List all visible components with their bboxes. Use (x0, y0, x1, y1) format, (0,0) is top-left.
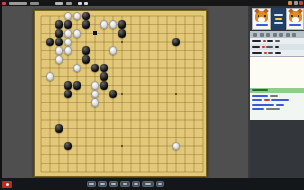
black-stone[interactable] (55, 29, 63, 37)
status-chip[interactable] (78, 2, 82, 5)
info-cell (252, 52, 262, 54)
info-cell (267, 40, 273, 42)
info-cell (252, 46, 260, 48)
white-stone[interactable] (64, 46, 72, 54)
sidebar-toolbar[interactable] (250, 31, 304, 38)
black-stone[interactable] (82, 55, 90, 63)
button-label-smudge (100, 183, 104, 185)
button-label-smudge (111, 183, 115, 185)
button-label-smudge (134, 183, 138, 185)
right-sidebar (250, 6, 304, 190)
maximize-button[interactable] (294, 1, 298, 5)
left-edge-strip (0, 0, 2, 190)
button-label-smudge (89, 183, 93, 185)
info-cell (264, 52, 267, 54)
bottom-toolbar (0, 178, 304, 190)
info-cell (275, 40, 280, 42)
black-stone[interactable] (55, 124, 63, 132)
nav-button-2[interactable] (98, 181, 107, 187)
chat-text-segment (276, 104, 284, 106)
white-stone[interactable] (55, 46, 63, 54)
app-menu-chip[interactable] (2, 2, 6, 5)
nav-button-7[interactable] (156, 181, 164, 187)
white-stone[interactable] (46, 72, 54, 80)
game-info-text-line (275, 18, 282, 20)
chat-text-segment (252, 104, 274, 106)
chat-messages[interactable] (250, 93, 304, 120)
game-info-panel (272, 8, 285, 30)
info-cell (268, 52, 273, 54)
toolbar-icon[interactable] (292, 33, 296, 37)
toolbar-icon[interactable] (286, 33, 290, 37)
white-stone[interactable] (64, 29, 72, 37)
white-stone[interactable] (109, 20, 117, 28)
move-list-panel[interactable] (250, 56, 304, 89)
toolbar-icon[interactable] (279, 33, 283, 37)
black-stone[interactable] (118, 20, 126, 28)
status-chip[interactable] (84, 2, 88, 5)
white-stone[interactable] (55, 55, 63, 63)
info-cell (252, 40, 261, 42)
app-window (0, 0, 304, 190)
chat-text-segment (270, 95, 278, 97)
player-card-right[interactable] (286, 8, 304, 30)
game-info-table (250, 38, 304, 56)
black-stone[interactable] (100, 72, 108, 80)
info-cell (275, 52, 281, 54)
black-stone[interactable] (64, 81, 72, 89)
chat-message (252, 104, 302, 106)
black-stone[interactable] (100, 81, 108, 89)
chat-message (252, 108, 302, 110)
button-label-smudge (145, 183, 151, 185)
white-stone[interactable] (73, 29, 81, 37)
nav-button-3[interactable] (109, 181, 118, 187)
chat-message (252, 95, 302, 97)
black-stone[interactable] (55, 20, 63, 28)
menu-text-smudge[interactable] (30, 2, 39, 5)
toolbar-icon[interactable] (253, 33, 257, 37)
white-stone[interactable] (91, 81, 99, 89)
menu-text-smudge[interactable] (55, 2, 63, 5)
player-name-left (256, 24, 268, 26)
player-name-right (289, 24, 301, 26)
toolbar-icon[interactable] (260, 33, 264, 37)
nav-button-1[interactable] (87, 181, 96, 187)
toolbar-icon[interactable] (266, 33, 270, 37)
chat-message (252, 99, 302, 101)
info-cell (263, 40, 266, 42)
button-label-smudge (158, 183, 162, 185)
chat-header-label (252, 89, 268, 91)
button-label-smudge (123, 183, 128, 185)
record-icon[interactable] (2, 181, 12, 188)
fox-avatar-icon (289, 11, 302, 22)
chat-text-segment (264, 99, 270, 101)
game-info-text-line (274, 22, 283, 24)
go-board[interactable] (34, 10, 207, 177)
white-stone[interactable] (100, 20, 108, 28)
white-stone[interactable] (109, 46, 117, 54)
menu-text-smudge[interactable] (66, 2, 72, 5)
game-info-text-line (274, 14, 283, 16)
nav-button-4[interactable] (120, 181, 130, 187)
fox-avatar-icon (255, 11, 268, 22)
close-button[interactable] (299, 1, 303, 5)
nav-button-6[interactable] (142, 181, 154, 187)
chat-text-segment (252, 99, 262, 101)
menu-text-smudge[interactable] (9, 2, 27, 5)
chat-text-segment (271, 99, 289, 101)
info-cell (275, 46, 279, 48)
chat-text-segment (252, 95, 268, 97)
black-stone[interactable] (118, 29, 126, 37)
white-stone[interactable] (91, 98, 99, 106)
nav-button-5[interactable] (132, 181, 140, 187)
black-stone[interactable] (82, 20, 90, 28)
black-stone[interactable] (82, 46, 90, 54)
chat-text-segment (252, 108, 264, 110)
info-cell (266, 46, 273, 48)
minimize-button[interactable] (288, 1, 292, 5)
player-card-left[interactable] (252, 8, 271, 30)
window-controls (288, 1, 303, 5)
chat-text-segment (266, 108, 280, 110)
move-marker-square (93, 31, 97, 35)
toolbar-icon[interactable] (273, 33, 277, 37)
black-stone[interactable] (64, 20, 72, 28)
black-stone[interactable] (73, 81, 81, 89)
info-cell (262, 46, 265, 48)
